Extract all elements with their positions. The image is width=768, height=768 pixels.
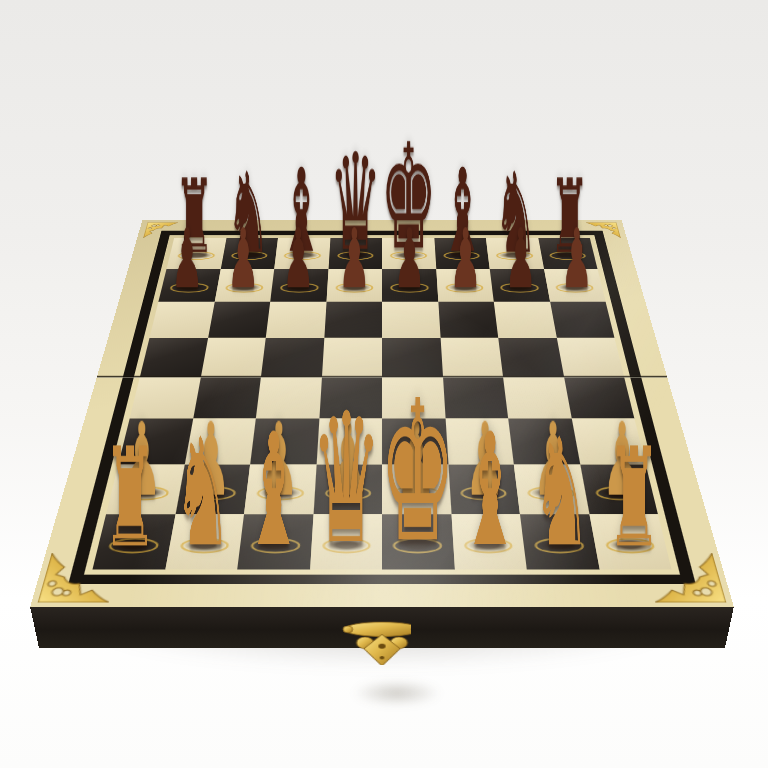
square-b5[interactable]: [201, 338, 266, 377]
square-a5[interactable]: [140, 338, 208, 377]
piece-white-rook-h1[interactable]: ♜: [607, 436, 661, 562]
chess-board: ♜♞♝♛♚♝♞♜♟♟♟♟♟♟♟♟♟♟♟♟♟♟♟♟♜♞♝♛♚♝♞♜: [30, 220, 734, 607]
board-top-surface: ♜♞♝♛♚♝♞♜♟♟♟♟♟♟♟♟♟♟♟♟♟♟♟♟♜♞♝♛♚♝♞♜: [30, 220, 734, 607]
piece-black-pawn-c7[interactable]: ♟: [282, 221, 314, 297]
square-d1[interactable]: ♛: [310, 515, 382, 570]
clasp-shadow: [352, 680, 442, 706]
piece-black-pawn-h7[interactable]: ♟: [560, 221, 592, 297]
piece-black-pawn-b7[interactable]: ♟: [227, 221, 259, 297]
square-g7[interactable]: ♟: [490, 269, 550, 302]
square-h6[interactable]: [550, 302, 615, 338]
piece-white-bishop-f1[interactable]: ♝: [459, 419, 520, 562]
piece-black-pawn-a7[interactable]: ♟: [171, 221, 203, 297]
square-e1[interactable]: ♚: [382, 515, 454, 570]
square-g1[interactable]: ♞: [520, 515, 599, 570]
photo-stage: ♜♞♝♛♚♝♞♜♟♟♟♟♟♟♟♟♟♟♟♟♟♟♟♟♜♞♝♛♚♝♞♜: [0, 0, 768, 768]
piece-white-rook-a1[interactable]: ♜: [104, 436, 158, 562]
square-h5[interactable]: [556, 338, 624, 377]
board-front-edge: [30, 607, 734, 648]
square-c7[interactable]: ♟: [270, 269, 328, 302]
square-e7[interactable]: ♟: [382, 269, 438, 302]
square-e6[interactable]: [382, 302, 440, 338]
square-h7[interactable]: ♟: [544, 269, 606, 302]
square-g5[interactable]: [498, 338, 563, 377]
square-d7[interactable]: ♟: [326, 269, 382, 302]
brass-clasp-icon: [331, 619, 434, 672]
square-a1[interactable]: ♜: [92, 515, 175, 570]
square-c1[interactable]: ♝: [237, 515, 313, 570]
square-b6[interactable]: [208, 302, 271, 338]
square-d5[interactable]: [322, 338, 383, 377]
square-c5[interactable]: [261, 338, 324, 377]
square-b7[interactable]: ♟: [214, 269, 274, 302]
square-c6[interactable]: [266, 302, 326, 338]
square-a6[interactable]: [150, 302, 215, 338]
piece-black-pawn-e7[interactable]: ♟: [394, 221, 426, 297]
piece-black-pawn-f7[interactable]: ♟: [449, 221, 481, 297]
piece-white-bishop-c1[interactable]: ♝: [244, 419, 305, 562]
piece-black-pawn-g7[interactable]: ♟: [505, 221, 537, 297]
square-g6[interactable]: [494, 302, 557, 338]
square-f1[interactable]: ♝: [451, 515, 527, 570]
square-b1[interactable]: ♞: [165, 515, 244, 570]
square-h1[interactable]: ♜: [589, 515, 672, 570]
piece-white-king-e1[interactable]: ♚: [380, 382, 456, 561]
board-grid: ♜♞♝♛♚♝♞♜♟♟♟♟♟♟♟♟♟♟♟♟♟♟♟♟♜♞♝♛♚♝♞♜: [92, 238, 671, 570]
square-d6[interactable]: [324, 302, 382, 338]
square-f7[interactable]: ♟: [436, 269, 494, 302]
piece-white-knight-b1[interactable]: ♞: [173, 424, 231, 561]
piece-white-knight-g1[interactable]: ♞: [533, 424, 591, 561]
square-a7[interactable]: ♟: [158, 269, 220, 302]
square-f6[interactable]: [438, 302, 498, 338]
piece-black-pawn-d7[interactable]: ♟: [338, 221, 370, 297]
piece-white-queen-d1[interactable]: ♛: [311, 396, 381, 561]
